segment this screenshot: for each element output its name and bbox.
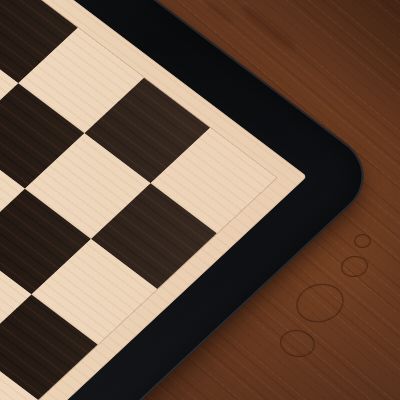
wood-grain-smudge [204, 0, 234, 25]
scratch-ring-mark [340, 254, 370, 279]
scratch-ring-mark [354, 234, 371, 248]
table-surface [0, 0, 400, 400]
board-grid [0, 0, 276, 400]
scratch-ring-mark [292, 279, 348, 327]
scratch-ring-mark [278, 327, 317, 360]
wood-grain-smudge [239, 3, 298, 53]
board-maple-margin [0, 0, 307, 400]
chess-board-frame [0, 0, 385, 400]
